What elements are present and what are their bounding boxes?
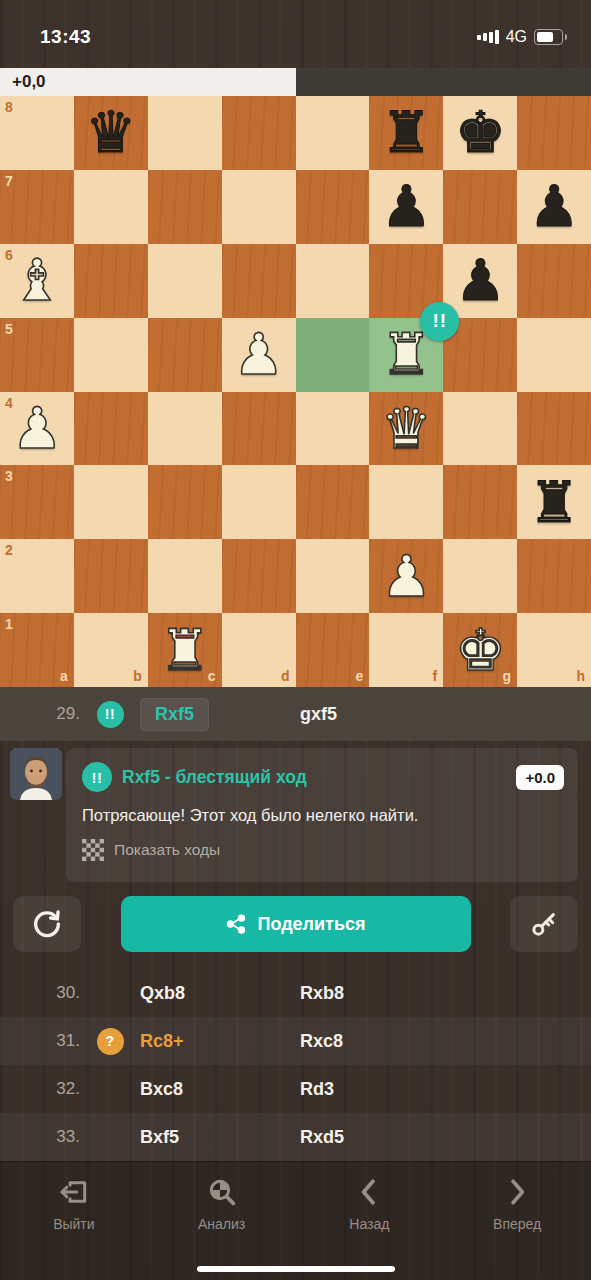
move-number: 29. xyxy=(0,704,80,724)
brilliant-move-icon: !! xyxy=(420,302,459,341)
nav-label: Анализ xyxy=(198,1216,245,1232)
white-rook[interactable]: ♜ xyxy=(148,613,222,687)
exit-icon xyxy=(58,1176,90,1208)
home-indicator[interactable] xyxy=(197,1266,395,1272)
square-b4[interactable] xyxy=(74,392,148,466)
white-king[interactable]: ♚ xyxy=(443,613,517,687)
move-row: 31.?Rc8+Rxc8 xyxy=(0,1017,591,1065)
square-c6[interactable] xyxy=(148,244,222,318)
share-button[interactable]: Поделиться xyxy=(121,896,471,952)
square-h7[interactable]: ♟ xyxy=(517,170,591,244)
black-rook[interactable]: ♜ xyxy=(369,96,443,170)
rank-label: 1 xyxy=(5,617,13,631)
brilliant-move-icon: !! xyxy=(97,701,124,728)
square-d8[interactable] xyxy=(222,96,296,170)
bottom-navigation: ВыйтиАнализНазадВперед xyxy=(0,1161,591,1280)
forward-icon xyxy=(501,1176,533,1208)
square-f3[interactable] xyxy=(369,465,443,539)
move-list: 30.Qxb8Rxb831.?Rc8+Rxc832.Bxc8Rd333.Bxf5… xyxy=(0,959,591,1163)
white-move[interactable]: Rc8+ xyxy=(140,1031,184,1052)
square-h5[interactable] xyxy=(517,318,591,392)
coach-avatar xyxy=(10,748,62,800)
evaluation-bar-white: +0,0 xyxy=(0,68,296,96)
white-pawn[interactable]: ♟ xyxy=(369,539,443,613)
square-b6[interactable] xyxy=(74,244,148,318)
square-f2[interactable]: ♟ xyxy=(369,539,443,613)
move-row: 33.Bxf5Rxd5 xyxy=(0,1113,591,1161)
white-move[interactable]: Bxf5 xyxy=(140,1127,179,1148)
refresh-icon xyxy=(30,907,64,941)
square-g2[interactable] xyxy=(443,539,517,613)
file-label: f xyxy=(433,669,438,683)
square-h3[interactable]: ♜ xyxy=(517,465,591,539)
black-move[interactable]: Rxd5 xyxy=(300,1127,344,1147)
white-bishop[interactable]: ♝ xyxy=(0,244,74,318)
square-e1[interactable]: e xyxy=(296,613,370,687)
black-pawn[interactable]: ♟ xyxy=(369,170,443,244)
square-c4[interactable] xyxy=(148,392,222,466)
square-e8[interactable] xyxy=(296,96,370,170)
show-moves-label: Показать ходы xyxy=(114,841,220,859)
rank-label: 8 xyxy=(5,100,13,114)
square-e6[interactable] xyxy=(296,244,370,318)
square-a7[interactable]: 7 xyxy=(0,170,74,244)
square-h2[interactable] xyxy=(517,539,591,613)
brilliant-move-icon: !! xyxy=(82,762,112,792)
black-move[interactable]: Rxc8 xyxy=(300,1031,343,1051)
square-f1[interactable]: f xyxy=(369,613,443,687)
square-e3[interactable] xyxy=(296,465,370,539)
square-h1[interactable]: h xyxy=(517,613,591,687)
square-e4[interactable] xyxy=(296,392,370,466)
move-row: 30.Qxb8Rxb8 xyxy=(0,969,591,1017)
move-number: 33. xyxy=(0,1127,80,1147)
rank-label: 5 xyxy=(5,322,13,336)
retry-button[interactable] xyxy=(13,896,81,952)
action-buttons: Поделиться xyxy=(0,889,591,959)
black-pawn[interactable]: ♟ xyxy=(443,244,517,318)
evaluation-bar: +0,0 xyxy=(0,68,591,96)
move-number: 32. xyxy=(0,1079,80,1099)
square-g4[interactable] xyxy=(443,392,517,466)
share-label: Поделиться xyxy=(257,914,365,935)
nav-item-анализ[interactable]: Анализ xyxy=(148,1176,296,1232)
status-bar: 13:43 4G xyxy=(0,0,591,68)
square-d2[interactable] xyxy=(222,539,296,613)
clock: 13:43 xyxy=(28,26,91,48)
selected-move-chip[interactable]: Rxf5 xyxy=(140,698,209,731)
signal-icon xyxy=(477,30,499,44)
square-d4[interactable] xyxy=(222,392,296,466)
white-pawn[interactable]: ♟ xyxy=(0,392,74,466)
file-label: a xyxy=(60,669,68,683)
move-number: 30. xyxy=(0,983,80,1003)
square-b1[interactable]: b xyxy=(74,613,148,687)
rank-label: 3 xyxy=(5,469,13,483)
rank-label: 2 xyxy=(5,543,13,557)
square-g6[interactable]: ♟ xyxy=(443,244,517,318)
square-b5[interactable] xyxy=(74,318,148,392)
square-b3[interactable] xyxy=(74,465,148,539)
black-king[interactable]: ♚ xyxy=(443,96,517,170)
white-pawn[interactable]: ♟ xyxy=(222,318,296,392)
square-a4[interactable]: 4♟ xyxy=(0,392,74,466)
square-f4[interactable]: ♛ xyxy=(369,392,443,466)
black-queen[interactable]: ♛ xyxy=(74,96,148,170)
square-h4[interactable] xyxy=(517,392,591,466)
show-moves-button[interactable]: Показать ходы xyxy=(82,839,564,861)
square-c2[interactable] xyxy=(148,539,222,613)
back-icon xyxy=(353,1176,385,1208)
nav-item-назад[interactable]: Назад xyxy=(296,1176,444,1232)
square-e2[interactable] xyxy=(296,539,370,613)
square-d5[interactable]: ♟ xyxy=(222,318,296,392)
file-label: b xyxy=(133,669,142,683)
square-h8[interactable] xyxy=(517,96,591,170)
black-rook[interactable]: ♜ xyxy=(517,465,591,539)
nav-label: Выйти xyxy=(53,1216,94,1232)
square-e5[interactable] xyxy=(296,318,370,392)
nav-item-вперед[interactable]: Вперед xyxy=(443,1176,591,1232)
nav-label: Вперед xyxy=(493,1216,541,1232)
square-d6[interactable] xyxy=(222,244,296,318)
analysis-icon xyxy=(206,1176,238,1208)
analysis-comment-section: !! Rxf5 - блестящий ход +0.0 Потрясающе!… xyxy=(0,741,591,889)
square-b7[interactable] xyxy=(74,170,148,244)
square-f7[interactable]: ♟ xyxy=(369,170,443,244)
checkerboard-icon xyxy=(82,839,104,861)
square-c1[interactable]: c♜ xyxy=(148,613,222,687)
square-f8[interactable]: ♜ xyxy=(369,96,443,170)
square-c8[interactable] xyxy=(148,96,222,170)
white-queen[interactable]: ♛ xyxy=(369,392,443,466)
square-d7[interactable] xyxy=(222,170,296,244)
square-a6[interactable]: 6♝ xyxy=(0,244,74,318)
square-a5[interactable]: 5 xyxy=(0,318,74,392)
square-g7[interactable] xyxy=(443,170,517,244)
square-a1[interactable]: 1a xyxy=(0,613,74,687)
square-a3[interactable]: 3 xyxy=(0,465,74,539)
move-row: 32.Bxc8Rd3 xyxy=(0,1065,591,1113)
square-c5[interactable] xyxy=(148,318,222,392)
share-icon xyxy=(225,913,247,935)
nav-items: ВыйтиАнализНазадВперед xyxy=(0,1162,591,1232)
network-type: 4G xyxy=(506,28,527,46)
white-move[interactable]: Bxc8 xyxy=(140,1079,183,1100)
square-a2[interactable]: 2 xyxy=(0,539,74,613)
square-g3[interactable] xyxy=(443,465,517,539)
file-label: d xyxy=(281,669,290,683)
battery-icon xyxy=(534,29,563,45)
file-label: e xyxy=(356,669,364,683)
square-b8[interactable]: ♛ xyxy=(74,96,148,170)
key-icon xyxy=(529,909,559,939)
eval-badge: +0.0 xyxy=(516,765,564,790)
square-e7[interactable] xyxy=(296,170,370,244)
comment-title: Rxf5 - блестящий ход xyxy=(122,767,506,788)
black-move[interactable]: Rxb8 xyxy=(300,983,344,1003)
current-move-row: 29. !! Rxf5 gxf5 xyxy=(0,687,591,741)
chess-board[interactable]: 8♛♜♚7♟♟6♝♟5♟♜!!4♟♛3♜2♟1abc♜defg♚h xyxy=(0,96,591,687)
evaluation-score: +0,0 xyxy=(0,72,46,92)
square-c7[interactable] xyxy=(148,170,222,244)
square-d1[interactable]: d xyxy=(222,613,296,687)
mistake-move-icon: ? xyxy=(97,1028,124,1055)
file-label: h xyxy=(576,669,585,683)
square-f5[interactable]: ♜!! xyxy=(369,318,443,392)
white-move[interactable]: Qxb8 xyxy=(140,983,185,1004)
square-h6[interactable] xyxy=(517,244,591,318)
square-g1[interactable]: g♚ xyxy=(443,613,517,687)
square-a8[interactable]: 8 xyxy=(0,96,74,170)
black-move[interactable]: Rd3 xyxy=(300,1079,334,1099)
nav-label: Назад xyxy=(349,1216,389,1232)
move-number: 31. xyxy=(0,1031,80,1051)
comment-card: !! Rxf5 - блестящий ход +0.0 Потрясающе!… xyxy=(66,748,578,882)
key-moment-button[interactable] xyxy=(510,896,578,952)
nav-item-выйти[interactable]: Выйти xyxy=(0,1176,148,1232)
comment-text: Потрясающе! Этот ход было нелегко найти. xyxy=(82,806,564,825)
square-d3[interactable] xyxy=(222,465,296,539)
square-b2[interactable] xyxy=(74,539,148,613)
square-g8[interactable]: ♚ xyxy=(443,96,517,170)
white-move: Rxf5 xyxy=(155,704,194,724)
square-c3[interactable] xyxy=(148,465,222,539)
black-move[interactable]: gxf5 xyxy=(300,704,337,724)
black-pawn[interactable]: ♟ xyxy=(517,170,591,244)
rank-label: 7 xyxy=(5,174,13,188)
